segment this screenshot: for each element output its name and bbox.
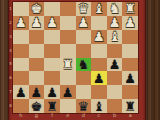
file-label: e [60, 112, 76, 119]
white-king[interactable]: ♚ [31, 2, 43, 15]
square-d3[interactable] [76, 30, 92, 44]
rank-label: 3 [8, 30, 13, 44]
square-g2[interactable]: ♟ [29, 16, 45, 30]
chess-board-grid: ♚♛♝♞♜♟♟♟♟♟♟♟♝♜♞♟♟♟♟♟♟♟♚♜♛♝♜ [13, 2, 138, 113]
square-e2[interactable] [60, 16, 76, 30]
square-a1[interactable]: ♜ [122, 2, 138, 16]
black-bishop[interactable]: ♝ [93, 100, 105, 113]
square-h7[interactable]: ♟ [13, 85, 29, 99]
black-rook[interactable]: ♜ [124, 100, 136, 113]
square-a7[interactable] [122, 85, 138, 99]
square-c5[interactable] [91, 58, 107, 72]
white-pawn[interactable]: ♟ [124, 16, 136, 29]
square-f4[interactable] [44, 44, 60, 58]
square-e7[interactable]: ♟ [60, 85, 76, 99]
square-b1[interactable]: ♞ [107, 2, 123, 16]
square-d8[interactable]: ♛ [76, 99, 92, 113]
square-a3[interactable] [122, 30, 138, 44]
rank-label: 4 [8, 44, 13, 58]
square-g6[interactable] [29, 71, 45, 85]
square-b7[interactable] [107, 85, 123, 99]
file-label: f [44, 112, 60, 119]
square-b5[interactable]: ♟ [107, 58, 123, 72]
file-label: b [107, 112, 123, 119]
black-pawn[interactable]: ♟ [93, 72, 105, 85]
black-rook[interactable]: ♜ [46, 100, 58, 113]
square-c2[interactable] [91, 16, 107, 30]
square-f6[interactable] [44, 71, 60, 85]
square-f7[interactable]: ♟ [44, 85, 60, 99]
file-label: g [29, 112, 45, 119]
square-c1[interactable]: ♝ [91, 2, 107, 16]
square-a6[interactable]: ♟ [122, 71, 138, 85]
square-d1[interactable]: ♛ [76, 2, 92, 16]
square-g1[interactable]: ♚ [29, 2, 45, 16]
square-h1[interactable] [13, 2, 29, 16]
square-e4[interactable] [60, 44, 76, 58]
white-rook[interactable]: ♜ [124, 2, 136, 15]
black-pawn[interactable]: ♟ [124, 72, 136, 85]
square-f8[interactable]: ♜ [44, 99, 60, 113]
square-b8[interactable] [107, 99, 123, 113]
white-pawn[interactable]: ♟ [93, 30, 105, 43]
square-a4[interactable] [122, 44, 138, 58]
square-d4[interactable] [76, 44, 92, 58]
rank-labels: 12345678 [8, 2, 13, 113]
white-pawn[interactable]: ♟ [109, 16, 121, 29]
square-c4[interactable] [91, 44, 107, 58]
square-e1[interactable] [60, 2, 76, 16]
square-f3[interactable] [44, 30, 60, 44]
square-c8[interactable]: ♝ [91, 99, 107, 113]
square-f1[interactable] [44, 2, 60, 16]
square-d6[interactable] [76, 71, 92, 85]
white-queen[interactable]: ♛ [77, 2, 89, 15]
white-rook[interactable]: ♜ [62, 58, 74, 71]
rank-label: 5 [8, 58, 13, 72]
rank-label: 1 [8, 2, 13, 16]
black-pawn[interactable]: ♟ [31, 86, 43, 99]
square-g8[interactable]: ♚ [29, 99, 45, 113]
file-label: a [122, 112, 138, 119]
black-queen[interactable]: ♛ [77, 100, 89, 113]
white-pawn[interactable]: ♟ [15, 16, 27, 29]
square-e5[interactable]: ♜ [60, 58, 76, 72]
black-pawn[interactable]: ♟ [46, 86, 58, 99]
square-b6[interactable] [107, 71, 123, 85]
square-g4[interactable] [29, 44, 45, 58]
file-label: c [91, 112, 107, 119]
square-d7[interactable] [76, 85, 92, 99]
rank-label: 6 [8, 71, 13, 85]
square-c7[interactable] [91, 85, 107, 99]
file-label: h [13, 112, 29, 119]
square-b4[interactable] [107, 44, 123, 58]
square-c6[interactable]: ♟ [91, 71, 107, 85]
square-d5[interactable]: ♞ [76, 58, 92, 72]
square-d2[interactable]: ♟ [76, 16, 92, 30]
square-b2[interactable]: ♟ [107, 16, 123, 30]
square-h4[interactable] [13, 44, 29, 58]
square-e6[interactable] [60, 71, 76, 85]
square-h8[interactable] [13, 99, 29, 113]
white-knight[interactable]: ♞ [109, 2, 121, 15]
chess-app-window: ♚♛♝♞♜♟♟♟♟♟♟♟♝♜♞♟♟♟♟♟♟♟♚♜♛♝♜ 12345678 hgf… [0, 0, 160, 120]
square-h5[interactable] [13, 58, 29, 72]
square-a5[interactable] [122, 58, 138, 72]
square-h6[interactable] [13, 71, 29, 85]
square-e3[interactable] [60, 30, 76, 44]
square-f2[interactable]: ♟ [44, 16, 60, 30]
square-g3[interactable] [29, 30, 45, 44]
square-h2[interactable]: ♟ [13, 16, 29, 30]
square-f5[interactable] [44, 58, 60, 72]
rank-label: 7 [8, 85, 13, 99]
square-e8[interactable] [60, 99, 76, 113]
square-g5[interactable] [29, 58, 45, 72]
white-bishop[interactable]: ♝ [93, 2, 105, 15]
rank-label: 8 [8, 99, 13, 113]
square-h3[interactable] [13, 30, 29, 44]
square-a8[interactable]: ♜ [122, 99, 138, 113]
square-c3[interactable]: ♟ [91, 30, 107, 44]
square-g7[interactable]: ♟ [29, 85, 45, 99]
white-bishop[interactable]: ♝ [109, 30, 121, 43]
file-label: d [76, 112, 92, 119]
black-pawn[interactable]: ♟ [15, 86, 27, 99]
black-pawn[interactable]: ♟ [62, 86, 74, 99]
file-labels: hgfedcba [13, 112, 138, 119]
black-king[interactable]: ♚ [31, 100, 43, 113]
white-pawn[interactable]: ♟ [77, 16, 89, 29]
white-pawn[interactable]: ♟ [46, 16, 58, 29]
square-b3[interactable]: ♝ [107, 30, 123, 44]
black-knight[interactable]: ♞ [77, 58, 89, 71]
white-pawn[interactable]: ♟ [31, 16, 43, 29]
black-pawn[interactable]: ♟ [109, 58, 121, 71]
rank-label: 2 [8, 16, 13, 30]
square-a2[interactable]: ♟ [122, 16, 138, 30]
